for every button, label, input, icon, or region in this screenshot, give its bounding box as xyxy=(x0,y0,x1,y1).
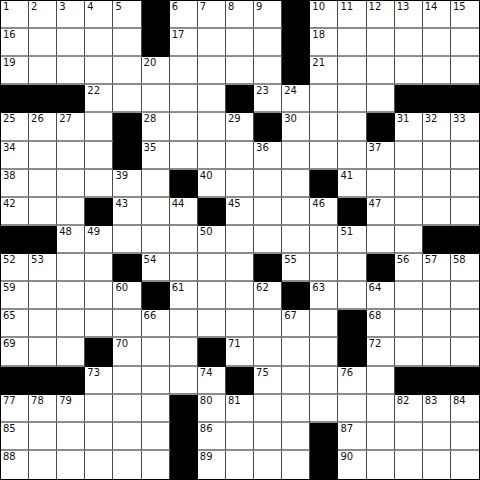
white-cell-r4c7[interactable] xyxy=(198,113,226,141)
white-cell-r12c13[interactable]: 72 xyxy=(367,338,395,366)
black-cell-r3c1 xyxy=(29,85,57,113)
white-cell-r8c7[interactable]: 50 xyxy=(198,226,226,254)
white-cell-r10c11[interactable]: 63 xyxy=(310,282,338,310)
white-cell-r1c9[interactable] xyxy=(254,29,282,57)
white-cell-r8c13[interactable] xyxy=(367,226,395,254)
white-cell-r8c2[interactable]: 48 xyxy=(57,226,85,254)
white-cell-r16c9[interactable] xyxy=(254,451,282,479)
white-cell-r13c5[interactable] xyxy=(142,367,170,395)
clue-number-77: 77 xyxy=(3,395,16,407)
white-cell-r10c9[interactable]: 62 xyxy=(254,282,282,310)
white-cell-r0c2[interactable]: 3 xyxy=(57,1,85,29)
white-cell-r5c9[interactable]: 36 xyxy=(254,142,282,170)
white-cell-r15c0[interactable]: 85 xyxy=(1,423,29,451)
white-cell-r3c7[interactable] xyxy=(198,85,226,113)
white-cell-r12c6[interactable] xyxy=(170,338,198,366)
white-cell-r14c1[interactable]: 78 xyxy=(29,395,57,423)
white-cell-r15c16[interactable] xyxy=(451,423,479,451)
white-cell-r14c13[interactable] xyxy=(367,395,395,423)
white-cell-r14c15[interactable]: 83 xyxy=(423,395,451,423)
white-cell-r15c14[interactable] xyxy=(395,423,423,451)
white-cell-r13c9[interactable]: 75 xyxy=(254,367,282,395)
white-cell-r7c11[interactable]: 46 xyxy=(310,198,338,226)
white-cell-r1c3[interactable] xyxy=(85,29,113,57)
white-cell-r14c7[interactable]: 80 xyxy=(198,395,226,423)
clue-number-49: 49 xyxy=(87,226,100,238)
clue-number-41: 41 xyxy=(340,170,353,182)
white-cell-r6c15[interactable] xyxy=(423,170,451,198)
black-cell-r14c6 xyxy=(170,395,198,423)
white-cell-r6c7[interactable]: 40 xyxy=(198,170,226,198)
white-cell-r11c0[interactable]: 65 xyxy=(1,310,29,338)
clue-number-13: 13 xyxy=(397,1,410,13)
white-cell-r16c8[interactable] xyxy=(226,451,254,479)
white-cell-r5c13[interactable]: 37 xyxy=(367,142,395,170)
white-cell-r15c13[interactable] xyxy=(367,423,395,451)
white-cell-r6c8[interactable] xyxy=(226,170,254,198)
clue-number-10: 10 xyxy=(312,1,325,13)
black-cell-r7c7 xyxy=(198,198,226,226)
white-cell-r0c6[interactable]: 6 xyxy=(170,1,198,29)
clue-number-87: 87 xyxy=(340,423,353,435)
white-cell-r15c4[interactable] xyxy=(113,423,141,451)
clue-number-62: 62 xyxy=(256,282,269,294)
white-cell-r9c11[interactable] xyxy=(310,254,338,282)
clue-number-7: 7 xyxy=(200,1,206,13)
white-cell-r10c16[interactable] xyxy=(451,282,479,310)
white-cell-r16c16[interactable] xyxy=(451,451,479,479)
white-cell-r4c5[interactable]: 28 xyxy=(142,113,170,141)
white-cell-r11c3[interactable] xyxy=(85,310,113,338)
white-cell-r15c7[interactable]: 86 xyxy=(198,423,226,451)
white-cell-r0c11[interactable]: 10 xyxy=(310,1,338,29)
clue-number-60: 60 xyxy=(115,282,128,294)
white-cell-r0c15[interactable]: 14 xyxy=(423,1,451,29)
black-cell-r3c15 xyxy=(423,85,451,113)
white-cell-r7c15[interactable] xyxy=(423,198,451,226)
white-cell-r11c9[interactable] xyxy=(254,310,282,338)
white-cell-r5c12[interactable] xyxy=(338,142,366,170)
white-cell-r14c16[interactable]: 84 xyxy=(451,395,479,423)
white-cell-r15c1[interactable] xyxy=(29,423,57,451)
white-cell-r5c15[interactable] xyxy=(423,142,451,170)
white-cell-r14c2[interactable]: 79 xyxy=(57,395,85,423)
white-cell-r7c13[interactable]: 47 xyxy=(367,198,395,226)
white-cell-r11c14[interactable] xyxy=(395,310,423,338)
white-cell-r9c14[interactable]: 56 xyxy=(395,254,423,282)
white-cell-r1c12[interactable] xyxy=(338,29,366,57)
white-cell-r0c9[interactable]: 9 xyxy=(254,1,282,29)
white-cell-r15c3[interactable] xyxy=(85,423,113,451)
white-cell-r11c11[interactable] xyxy=(310,310,338,338)
white-cell-r11c4[interactable] xyxy=(113,310,141,338)
white-cell-r13c6[interactable] xyxy=(170,367,198,395)
white-cell-r3c6[interactable] xyxy=(170,85,198,113)
clue-number-55: 55 xyxy=(284,254,297,266)
white-cell-r8c3[interactable]: 49 xyxy=(85,226,113,254)
white-cell-r8c10[interactable] xyxy=(282,226,310,254)
white-cell-r16c13[interactable] xyxy=(367,451,395,479)
white-cell-r13c7[interactable]: 74 xyxy=(198,367,226,395)
white-cell-r6c2[interactable] xyxy=(57,170,85,198)
white-cell-r15c8[interactable] xyxy=(226,423,254,451)
clue-number-58: 58 xyxy=(453,254,466,266)
white-cell-r0c7[interactable]: 7 xyxy=(198,1,226,29)
white-cell-r16c10[interactable] xyxy=(282,451,310,479)
clue-number-85: 85 xyxy=(3,423,16,435)
white-cell-r10c14[interactable] xyxy=(395,282,423,310)
white-cell-r9c2[interactable] xyxy=(57,254,85,282)
white-cell-r11c16[interactable] xyxy=(451,310,479,338)
white-cell-r12c8[interactable]: 71 xyxy=(226,338,254,366)
white-cell-r16c15[interactable] xyxy=(423,451,451,479)
white-cell-r3c11[interactable] xyxy=(310,85,338,113)
white-cell-r11c15[interactable] xyxy=(423,310,451,338)
white-cell-r4c1[interactable]: 26 xyxy=(29,113,57,141)
white-cell-r4c12[interactable] xyxy=(338,113,366,141)
white-cell-r12c16[interactable] xyxy=(451,338,479,366)
white-cell-r7c1[interactable] xyxy=(29,198,57,226)
white-cell-r8c11[interactable] xyxy=(310,226,338,254)
white-cell-r5c11[interactable] xyxy=(310,142,338,170)
white-cell-r11c6[interactable] xyxy=(170,310,198,338)
white-cell-r9c16[interactable]: 58 xyxy=(451,254,479,282)
white-cell-r10c2[interactable] xyxy=(57,282,85,310)
white-cell-r4c15[interactable]: 32 xyxy=(423,113,451,141)
white-cell-r9c5[interactable]: 54 xyxy=(142,254,170,282)
white-cell-r12c11[interactable] xyxy=(310,338,338,366)
white-cell-r4c14[interactable]: 31 xyxy=(395,113,423,141)
white-cell-r9c8[interactable] xyxy=(226,254,254,282)
white-cell-r12c15[interactable] xyxy=(423,338,451,366)
white-cell-r10c15[interactable] xyxy=(423,282,451,310)
black-cell-r13c0 xyxy=(1,367,29,395)
white-cell-r8c8[interactable] xyxy=(226,226,254,254)
white-cell-r13c10[interactable] xyxy=(282,367,310,395)
white-cell-r0c13[interactable]: 12 xyxy=(367,1,395,29)
white-cell-r10c0[interactable]: 59 xyxy=(1,282,29,310)
white-cell-r1c8[interactable] xyxy=(226,29,254,57)
white-cell-r11c13[interactable]: 68 xyxy=(367,310,395,338)
white-cell-r7c5[interactable] xyxy=(142,198,170,226)
white-cell-r15c9[interactable] xyxy=(254,423,282,451)
clue-number-79: 79 xyxy=(59,395,72,407)
white-cell-r2c11[interactable]: 21 xyxy=(310,57,338,85)
white-cell-r5c2[interactable] xyxy=(57,142,85,170)
white-cell-r16c0[interactable]: 88 xyxy=(1,451,29,479)
black-cell-r12c3 xyxy=(85,338,113,366)
white-cell-r9c15[interactable]: 57 xyxy=(423,254,451,282)
white-cell-r9c7[interactable] xyxy=(198,254,226,282)
white-cell-r8c4[interactable] xyxy=(113,226,141,254)
white-cell-r8c14[interactable] xyxy=(395,226,423,254)
white-cell-r5c6[interactable] xyxy=(170,142,198,170)
white-cell-r15c12[interactable]: 87 xyxy=(338,423,366,451)
white-cell-r2c14[interactable] xyxy=(395,57,423,85)
black-cell-r3c0 xyxy=(1,85,29,113)
white-cell-r1c11[interactable]: 18 xyxy=(310,29,338,57)
clue-number-75: 75 xyxy=(256,367,269,379)
white-cell-r10c1[interactable] xyxy=(29,282,57,310)
white-cell-r8c12[interactable]: 51 xyxy=(338,226,366,254)
white-cell-r14c14[interactable]: 82 xyxy=(395,395,423,423)
white-cell-r14c9[interactable] xyxy=(254,395,282,423)
white-cell-r5c16[interactable] xyxy=(451,142,479,170)
white-cell-r16c3[interactable] xyxy=(85,451,113,479)
white-cell-r13c11[interactable] xyxy=(310,367,338,395)
black-cell-r8c0 xyxy=(1,226,29,254)
white-cell-r1c2[interactable] xyxy=(57,29,85,57)
white-cell-r0c1[interactable]: 2 xyxy=(29,1,57,29)
white-cell-r16c2[interactable] xyxy=(57,451,85,479)
white-cell-r10c6[interactable]: 61 xyxy=(170,282,198,310)
clue-number-37: 37 xyxy=(369,142,382,154)
white-cell-r7c9[interactable] xyxy=(254,198,282,226)
white-cell-r5c10[interactable] xyxy=(282,142,310,170)
black-cell-r3c16 xyxy=(451,85,479,113)
black-cell-r15c6 xyxy=(170,423,198,451)
clue-number-28: 28 xyxy=(144,113,157,125)
white-cell-r4c2[interactable]: 27 xyxy=(57,113,85,141)
white-cell-r5c3[interactable] xyxy=(85,142,113,170)
white-cell-r1c7[interactable] xyxy=(198,29,226,57)
white-cell-r12c5[interactable] xyxy=(142,338,170,366)
white-cell-r4c11[interactable] xyxy=(310,113,338,141)
white-cell-r14c0[interactable]: 77 xyxy=(1,395,29,423)
white-cell-r8c6[interactable] xyxy=(170,226,198,254)
white-cell-r14c10[interactable] xyxy=(282,395,310,423)
white-cell-r13c3[interactable]: 73 xyxy=(85,367,113,395)
white-cell-r5c14[interactable] xyxy=(395,142,423,170)
white-cell-r5c1[interactable] xyxy=(29,142,57,170)
clue-number-18: 18 xyxy=(312,29,325,41)
white-cell-r2c15[interactable] xyxy=(423,57,451,85)
white-cell-r2c0[interactable]: 19 xyxy=(1,57,29,85)
white-cell-r6c4[interactable]: 39 xyxy=(113,170,141,198)
white-cell-r0c12[interactable]: 11 xyxy=(338,1,366,29)
black-cell-r7c3 xyxy=(85,198,113,226)
white-cell-r3c9[interactable]: 23 xyxy=(254,85,282,113)
white-cell-r10c4[interactable]: 60 xyxy=(113,282,141,310)
clue-number-76: 76 xyxy=(340,367,353,379)
white-cell-r16c14[interactable] xyxy=(395,451,423,479)
white-cell-r5c8[interactable] xyxy=(226,142,254,170)
clue-number-90: 90 xyxy=(340,451,353,463)
black-cell-r13c14 xyxy=(395,367,423,395)
white-cell-r15c2[interactable] xyxy=(57,423,85,451)
white-cell-r7c2[interactable] xyxy=(57,198,85,226)
clue-number-45: 45 xyxy=(228,198,241,210)
white-cell-r1c14[interactable] xyxy=(395,29,423,57)
white-cell-r0c14[interactable]: 13 xyxy=(395,1,423,29)
white-cell-r2c3[interactable] xyxy=(85,57,113,85)
white-cell-r10c13[interactable]: 64 xyxy=(367,282,395,310)
white-cell-r7c10[interactable] xyxy=(282,198,310,226)
white-cell-r10c7[interactable] xyxy=(198,282,226,310)
white-cell-r3c5[interactable] xyxy=(142,85,170,113)
white-cell-r14c11[interactable] xyxy=(310,395,338,423)
white-cell-r5c7[interactable] xyxy=(198,142,226,170)
black-cell-r13c15 xyxy=(423,367,451,395)
white-cell-r0c8[interactable]: 8 xyxy=(226,1,254,29)
white-cell-r14c5[interactable] xyxy=(142,395,170,423)
white-cell-r15c5[interactable] xyxy=(142,423,170,451)
white-cell-r10c12[interactable] xyxy=(338,282,366,310)
white-cell-r1c6[interactable]: 17 xyxy=(170,29,198,57)
white-cell-r8c5[interactable] xyxy=(142,226,170,254)
white-cell-r1c15[interactable] xyxy=(423,29,451,57)
clue-number-64: 64 xyxy=(369,282,382,294)
white-cell-r6c3[interactable] xyxy=(85,170,113,198)
clue-number-59: 59 xyxy=(3,282,16,294)
white-cell-r5c0[interactable]: 34 xyxy=(1,142,29,170)
white-cell-r13c13[interactable] xyxy=(367,367,395,395)
white-cell-r10c8[interactable] xyxy=(226,282,254,310)
white-cell-r13c12[interactable]: 76 xyxy=(338,367,366,395)
white-cell-r12c0[interactable]: 69 xyxy=(1,338,29,366)
white-cell-r0c4[interactable]: 5 xyxy=(113,1,141,29)
white-cell-r12c1[interactable] xyxy=(29,338,57,366)
clue-number-65: 65 xyxy=(3,310,16,322)
white-cell-r3c3[interactable]: 22 xyxy=(85,85,113,113)
white-cell-r9c0[interactable]: 52 xyxy=(1,254,29,282)
white-cell-r7c14[interactable] xyxy=(395,198,423,226)
white-cell-r4c6[interactable] xyxy=(170,113,198,141)
white-cell-r2c1[interactable] xyxy=(29,57,57,85)
clue-number-44: 44 xyxy=(172,198,185,210)
white-cell-r4c8[interactable]: 29 xyxy=(226,113,254,141)
white-cell-r12c9[interactable] xyxy=(254,338,282,366)
white-cell-r2c9[interactable] xyxy=(254,57,282,85)
white-cell-r9c6[interactable] xyxy=(170,254,198,282)
white-cell-r9c12[interactable] xyxy=(338,254,366,282)
white-cell-r10c3[interactable] xyxy=(85,282,113,310)
white-cell-r11c1[interactable] xyxy=(29,310,57,338)
white-cell-r15c10[interactable] xyxy=(282,423,310,451)
clue-number-2: 2 xyxy=(31,1,37,13)
white-cell-r6c14[interactable] xyxy=(395,170,423,198)
white-cell-r2c7[interactable] xyxy=(198,57,226,85)
white-cell-r9c3[interactable] xyxy=(85,254,113,282)
white-cell-r2c8[interactable] xyxy=(226,57,254,85)
black-cell-r1c5 xyxy=(142,29,170,57)
clue-number-22: 22 xyxy=(87,85,100,97)
white-cell-r6c1[interactable] xyxy=(29,170,57,198)
white-cell-r14c8[interactable]: 81 xyxy=(226,395,254,423)
black-cell-r10c5 xyxy=(142,282,170,310)
black-cell-r13c1 xyxy=(29,367,57,395)
white-cell-r2c16[interactable] xyxy=(451,57,479,85)
white-cell-r4c10[interactable]: 30 xyxy=(282,113,310,141)
white-cell-r7c6[interactable]: 44 xyxy=(170,198,198,226)
white-cell-r2c13[interactable] xyxy=(367,57,395,85)
clue-number-5: 5 xyxy=(115,1,121,13)
white-cell-r12c2[interactable] xyxy=(57,338,85,366)
white-cell-r11c10[interactable]: 67 xyxy=(282,310,310,338)
white-cell-r12c10[interactable] xyxy=(282,338,310,366)
clue-number-36: 36 xyxy=(256,142,269,154)
white-cell-r6c12[interactable]: 41 xyxy=(338,170,366,198)
black-cell-r3c14 xyxy=(395,85,423,113)
black-cell-r2c10 xyxy=(282,57,310,85)
white-cell-r16c12[interactable]: 90 xyxy=(338,451,366,479)
white-cell-r2c6[interactable] xyxy=(170,57,198,85)
black-cell-r9c4 xyxy=(113,254,141,282)
clue-number-3: 3 xyxy=(59,1,65,13)
white-cell-r5c5[interactable]: 35 xyxy=(142,142,170,170)
white-cell-r6c16[interactable] xyxy=(451,170,479,198)
white-cell-r2c5[interactable]: 20 xyxy=(142,57,170,85)
clue-number-53: 53 xyxy=(31,254,44,266)
white-cell-r4c3[interactable] xyxy=(85,113,113,141)
white-cell-r6c10[interactable] xyxy=(282,170,310,198)
white-cell-r3c13[interactable] xyxy=(367,85,395,113)
white-cell-r3c10[interactable]: 24 xyxy=(282,85,310,113)
white-cell-r16c5[interactable] xyxy=(142,451,170,479)
white-cell-r1c4[interactable] xyxy=(113,29,141,57)
clue-number-20: 20 xyxy=(144,57,157,69)
white-cell-r4c0[interactable]: 25 xyxy=(1,113,29,141)
white-cell-r3c12[interactable] xyxy=(338,85,366,113)
white-cell-r6c9[interactable] xyxy=(254,170,282,198)
white-cell-r3c4[interactable] xyxy=(113,85,141,113)
clue-number-39: 39 xyxy=(115,170,128,182)
white-cell-r6c0[interactable]: 38 xyxy=(1,170,29,198)
white-cell-r7c0[interactable]: 42 xyxy=(1,198,29,226)
black-cell-r9c13 xyxy=(367,254,395,282)
white-cell-r12c14[interactable] xyxy=(395,338,423,366)
white-cell-r11c2[interactable] xyxy=(57,310,85,338)
black-cell-r13c2 xyxy=(57,367,85,395)
white-cell-r14c12[interactable] xyxy=(338,395,366,423)
white-cell-r6c13[interactable] xyxy=(367,170,395,198)
black-cell-r10c10 xyxy=(282,282,310,310)
white-cell-r15c15[interactable] xyxy=(423,423,451,451)
white-cell-r1c0[interactable]: 16 xyxy=(1,29,29,57)
white-cell-r7c16[interactable] xyxy=(451,198,479,226)
white-cell-r11c8[interactable] xyxy=(226,310,254,338)
white-cell-r16c1[interactable] xyxy=(29,451,57,479)
white-cell-r0c16[interactable]: 15 xyxy=(451,1,479,29)
clue-number-42: 42 xyxy=(3,198,16,210)
white-cell-r0c3[interactable]: 4 xyxy=(85,1,113,29)
white-cell-r1c13[interactable] xyxy=(367,29,395,57)
white-cell-r0c0[interactable]: 1 xyxy=(1,1,29,29)
white-cell-r16c7[interactable]: 89 xyxy=(198,451,226,479)
white-cell-r14c4[interactable] xyxy=(113,395,141,423)
white-cell-r8c9[interactable] xyxy=(254,226,282,254)
clue-number-50: 50 xyxy=(200,226,213,238)
white-cell-r6c5[interactable] xyxy=(142,170,170,198)
white-cell-r9c10[interactable]: 55 xyxy=(282,254,310,282)
white-cell-r9c1[interactable]: 53 xyxy=(29,254,57,282)
white-cell-r12c4[interactable]: 70 xyxy=(113,338,141,366)
white-cell-r7c4[interactable]: 43 xyxy=(113,198,141,226)
white-cell-r2c12[interactable] xyxy=(338,57,366,85)
white-cell-r11c5[interactable]: 66 xyxy=(142,310,170,338)
white-cell-r1c1[interactable] xyxy=(29,29,57,57)
white-cell-r11c7[interactable] xyxy=(198,310,226,338)
white-cell-r2c4[interactable] xyxy=(113,57,141,85)
white-cell-r14c3[interactable] xyxy=(85,395,113,423)
white-cell-r13c4[interactable] xyxy=(113,367,141,395)
white-cell-r16c4[interactable] xyxy=(113,451,141,479)
white-cell-r1c16[interactable] xyxy=(451,29,479,57)
white-cell-r7c8[interactable]: 45 xyxy=(226,198,254,226)
white-cell-r2c2[interactable] xyxy=(57,57,85,85)
white-cell-r4c16[interactable]: 33 xyxy=(451,113,479,141)
clue-number-46: 46 xyxy=(312,198,325,210)
